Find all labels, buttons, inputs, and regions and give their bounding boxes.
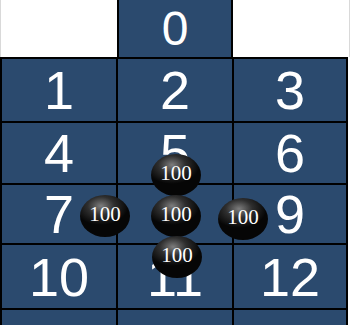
cell-6[interactable]: 6 <box>234 123 346 183</box>
stone-visit-count: 100 <box>89 204 121 228</box>
black-stone-right[interactable]: 100 <box>218 198 268 240</box>
cell-4[interactable]: 4 <box>2 123 116 183</box>
cell-empty-right <box>234 310 346 325</box>
stone-visit-count: 100 <box>160 204 192 228</box>
black-stone-left[interactable]: 100 <box>80 195 130 237</box>
cell-10[interactable]: 10 <box>2 245 116 308</box>
cell-empty-middle <box>118 310 232 325</box>
faint-gridline-right <box>349 0 350 57</box>
black-stone-center[interactable]: 100 <box>151 195 201 237</box>
stone-visit-count: 100 <box>227 207 259 231</box>
board: 0 1 2 3 4 5 6 7 8 9 10 11 12 100 100 100… <box>0 0 360 325</box>
black-stone-up[interactable]: 100 <box>151 154 201 196</box>
cell-12[interactable]: 12 <box>234 245 346 308</box>
stone-visit-count: 100 <box>160 163 192 187</box>
faint-gridline-left <box>0 0 1 57</box>
cell-empty-left <box>2 310 116 325</box>
cell-3[interactable]: 3 <box>234 59 346 121</box>
cell-2[interactable]: 2 <box>118 59 232 121</box>
black-stone-down[interactable]: 100 <box>152 236 202 278</box>
cell-1[interactable]: 1 <box>2 59 116 121</box>
stone-visit-count: 100 <box>161 245 193 269</box>
cell-0[interactable]: 0 <box>117 0 233 57</box>
